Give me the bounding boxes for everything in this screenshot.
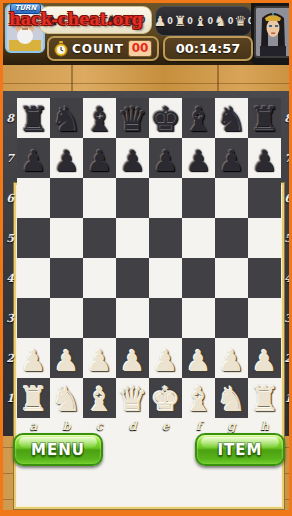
square-e8[interactable]: ♚ [149,98,182,138]
black-king: ♚ [150,102,180,136]
black-queen: ♛ [117,102,147,136]
count-label: COUNT [72,42,124,56]
rank-label-5: 5 [281,218,292,258]
white-knight: ♞ [216,382,246,416]
black-pawn: ♟ [21,147,47,176]
stopwatch-icon [54,40,68,58]
white-pawn: ♟ [219,347,245,376]
timer-value: 00:14:57 [176,41,241,56]
square-g8[interactable]: ♞ [215,98,248,138]
count-value: 00 [128,40,152,57]
square-a4[interactable] [17,258,50,298]
captured-knight-icon: ♞ [106,13,119,27]
timer-panel: 00:14:57 [163,36,253,61]
square-e5[interactable] [149,218,182,258]
chess-board[interactable]: ♜♞♝♛♚♝♞♜♟♟♟♟♟♟♟♟♟♟♟♟♟♟♟♟♜♞♝♛♚♝♞♜ [17,98,281,418]
black-pawn: ♟ [87,147,113,176]
count-panel: COUNT 00 [47,36,159,61]
square-h3[interactable] [248,298,281,338]
square-e2[interactable]: ♟ [149,338,182,378]
square-h7[interactable]: ♟ [248,138,281,178]
square-d6[interactable] [116,178,149,218]
square-h1[interactable]: ♜ [248,378,281,418]
square-d3[interactable] [116,298,149,338]
square-b5[interactable] [50,218,83,258]
square-f2[interactable]: ♟ [182,338,215,378]
square-b2[interactable]: ♟ [50,338,83,378]
item-button[interactable]: ITEM [195,433,285,466]
rank-label-6: 6 [281,178,292,218]
square-f6[interactable] [182,178,215,218]
square-g3[interactable] [215,298,248,338]
rank-label-1: 1 [281,378,292,418]
chess-app-screen: TURN ♟0♜0♝0♞0♛0 ♟0♜0♝0♞0♛0 [0,0,292,516]
captured-queen-icon: ♛ [126,13,139,27]
white-king: ♚ [150,382,180,416]
square-c3[interactable] [83,298,116,338]
captured-black-tray: ♟0♜0♝0♞0♛0 [39,6,152,34]
square-f1[interactable]: ♝ [182,378,215,418]
square-b8[interactable]: ♞ [50,98,83,138]
right-player-avatar [254,6,292,58]
square-b1[interactable]: ♞ [50,378,83,418]
black-rook: ♜ [249,102,279,136]
square-h4[interactable] [248,258,281,298]
captured-knight-count: 0 [120,16,126,25]
captured-bishop-count: 0 [99,16,105,25]
square-b4[interactable] [50,258,83,298]
captured-pawn-icon: ♟ [154,14,167,28]
captured-bishop-count: 0 [208,17,214,26]
captured-rook-count: 0 [79,16,85,25]
menu-button-label: MENU [31,441,85,459]
rank-label-3: 3 [3,298,17,338]
square-h6[interactable] [248,178,281,218]
captured-white-tray: ♟0♜0♝0♞0♛0 [155,6,252,36]
square-d1[interactable]: ♛ [116,378,149,418]
black-pawn: ♟ [219,147,245,176]
black-pawn: ♟ [120,147,146,176]
square-f3[interactable] [182,298,215,338]
captured-rook-icon: ♜ [174,14,187,28]
captured-queen-icon: ♛ [234,14,247,28]
rank-label-3: 3 [281,298,292,338]
square-f7[interactable]: ♟ [182,138,215,178]
white-knight: ♞ [51,382,81,416]
captured-knight-count: 0 [228,17,234,26]
square-h8[interactable]: ♜ [248,98,281,138]
square-d8[interactable]: ♛ [116,98,149,138]
rank-label-8: 8 [281,98,292,138]
black-pawn: ♟ [186,147,212,176]
rank-label-7: 7 [281,138,292,178]
square-g1[interactable]: ♞ [215,378,248,418]
square-b3[interactable] [50,298,83,338]
white-pawn: ♟ [120,347,146,376]
square-e6[interactable] [149,178,182,218]
square-a6[interactable] [17,178,50,218]
square-b6[interactable] [50,178,83,218]
square-h2[interactable]: ♟ [248,338,281,378]
captured-queen-count: 0 [140,16,146,25]
white-pawn: ♟ [87,347,113,376]
square-g6[interactable] [215,178,248,218]
white-pawn: ♟ [252,347,278,376]
square-b7[interactable]: ♟ [50,138,83,178]
square-e1[interactable]: ♚ [149,378,182,418]
rank-label-8: 8 [3,98,17,138]
captured-pawn-count: 0 [167,17,173,26]
white-rook: ♜ [18,382,48,416]
white-bishop: ♝ [183,382,213,416]
top-bar: TURN ♟0♜0♝0♞0♛0 ♟0♜0♝0♞0♛0 [3,3,292,65]
captured-rook-count: 0 [187,17,193,26]
white-pawn: ♟ [21,347,47,376]
captured-knight-icon: ♞ [214,14,227,28]
white-pawn: ♟ [153,347,179,376]
rank-label-2: 2 [3,338,17,378]
square-d7[interactable]: ♟ [116,138,149,178]
black-pawn: ♟ [54,147,80,176]
white-queen: ♛ [117,382,147,416]
black-bishop: ♝ [183,102,213,136]
square-c8[interactable]: ♝ [83,98,116,138]
square-g2[interactable]: ♟ [215,338,248,378]
square-e7[interactable]: ♟ [149,138,182,178]
square-a2[interactable]: ♟ [17,338,50,378]
square-e4[interactable] [149,258,182,298]
cleopatra-portrait [256,8,290,56]
square-e3[interactable] [149,298,182,338]
white-rook: ♜ [249,382,279,416]
square-g7[interactable]: ♟ [215,138,248,178]
black-rook: ♜ [18,102,48,136]
rank-label-7: 7 [3,138,17,178]
square-c7[interactable]: ♟ [83,138,116,178]
rank-label-4: 4 [281,258,292,298]
square-f8[interactable]: ♝ [182,98,215,138]
square-f5[interactable] [182,218,215,258]
file-label-d: d [116,418,149,436]
black-knight: ♞ [216,102,246,136]
captured-bishop-icon: ♝ [86,13,99,27]
turn-badge: TURN [10,3,41,14]
square-c1[interactable]: ♝ [83,378,116,418]
white-pawn: ♟ [186,347,212,376]
black-bishop: ♝ [84,102,114,136]
item-button-label: ITEM [218,441,263,459]
square-a5[interactable] [17,218,50,258]
rank-label-4: 4 [3,258,17,298]
square-g4[interactable] [215,258,248,298]
captured-rook-icon: ♜ [66,13,79,27]
square-c2[interactable]: ♟ [83,338,116,378]
square-a3[interactable] [17,298,50,338]
white-bishop: ♝ [84,382,114,416]
black-knight: ♞ [51,102,81,136]
white-pawn: ♟ [54,347,80,376]
right-player-panel [251,3,292,65]
file-label-e: e [149,418,182,436]
square-c5[interactable] [83,218,116,258]
black-pawn: ♟ [252,147,278,176]
captured-pawn-icon: ♟ [46,13,59,27]
captured-pawn-count: 0 [59,16,65,25]
black-pawn: ♟ [153,147,179,176]
square-g5[interactable] [215,218,248,258]
square-h5[interactable] [248,218,281,258]
square-d2[interactable]: ♟ [116,338,149,378]
square-d4[interactable] [116,258,149,298]
rank-label-1: 1 [3,378,17,418]
captured-bishop-icon: ♝ [194,14,207,28]
rank-label-2: 2 [281,338,292,378]
menu-button[interactable]: MENU [13,433,103,466]
square-a1[interactable]: ♜ [17,378,50,418]
square-a8[interactable]: ♜ [17,98,50,138]
square-a7[interactable]: ♟ [17,138,50,178]
square-c4[interactable] [83,258,116,298]
rank-label-5: 5 [3,218,17,258]
square-d5[interactable] [116,218,149,258]
square-f4[interactable] [182,258,215,298]
square-c6[interactable] [83,178,116,218]
rank-label-6: 6 [3,178,17,218]
